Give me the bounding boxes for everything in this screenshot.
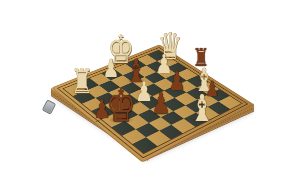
piece-black-p-c3[interactable]: ♟ [151,89,171,118]
piece-black-k-b4[interactable]: ♚ [106,83,136,128]
metal-clasp [42,99,56,114]
piece-white-r-a8[interactable]: ♜ [71,64,94,98]
piece-white-p-d7[interactable]: ♟ [103,56,120,81]
piece-black-p-f4[interactable]: ♟ [168,68,185,94]
piece-white-b-e1[interactable]: ♝ [190,90,215,127]
chess-set-photo: ♚♛♜♟♟♟♝♝♚♜♝♟♟♟♟ [0,0,300,188]
